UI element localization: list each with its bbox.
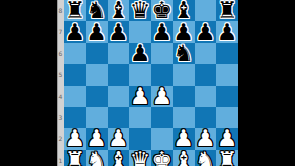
- piece-white-bishop[interactable]: ♝: [108, 149, 129, 166]
- square-d8[interactable]: ♛: [129, 0, 151, 21]
- square-g4[interactable]: [195, 86, 217, 107]
- square-d4[interactable]: ♟: [129, 86, 151, 107]
- chess-app-viewport: 87654321 ♜♞♝♛♚♝♜♟♟♟♟♟♟♟♟♞♟♟♟♟♟♟♟♟♜♞♝♛♚♝♞…: [0, 0, 295, 166]
- rank-label-2: 2: [57, 128, 64, 149]
- square-e3[interactable]: [151, 107, 173, 128]
- square-c1[interactable]: ♝: [108, 150, 130, 166]
- rank-label-7: 7: [57, 21, 64, 42]
- square-b7[interactable]: ♟: [86, 21, 108, 42]
- square-f1[interactable]: ♝: [173, 150, 195, 166]
- piece-white-rook[interactable]: ♜: [65, 149, 86, 166]
- square-d6[interactable]: ♟: [129, 43, 151, 64]
- square-c5[interactable]: [108, 64, 130, 85]
- piece-white-knight[interactable]: ♞: [86, 149, 107, 166]
- square-b1[interactable]: ♞: [86, 150, 108, 166]
- piece-white-queen[interactable]: ♛: [130, 149, 151, 166]
- piece-black-queen[interactable]: ♛: [130, 0, 151, 22]
- square-h5[interactable]: [216, 64, 238, 85]
- square-b6[interactable]: [86, 43, 108, 64]
- square-f4[interactable]: [173, 86, 195, 107]
- square-d3[interactable]: [129, 107, 151, 128]
- square-a6[interactable]: [64, 43, 86, 64]
- piece-white-pawn[interactable]: ♟: [130, 85, 151, 108]
- piece-white-pawn[interactable]: ♟: [152, 85, 173, 108]
- square-a7[interactable]: ♟: [64, 21, 86, 42]
- piece-white-rook[interactable]: ♜: [217, 149, 238, 166]
- piece-black-pawn[interactable]: ♟: [130, 42, 151, 65]
- piece-black-pawn[interactable]: ♟: [195, 21, 216, 44]
- square-e7[interactable]: ♟: [151, 21, 173, 42]
- rank-coordinate-strip: 87654321: [57, 0, 64, 166]
- piece-black-pawn[interactable]: ♟: [65, 21, 86, 44]
- square-h7[interactable]: ♟: [216, 21, 238, 42]
- piece-black-pawn[interactable]: ♟: [86, 21, 107, 44]
- square-g5[interactable]: [195, 64, 217, 85]
- square-e6[interactable]: [151, 43, 173, 64]
- square-a4[interactable]: [64, 86, 86, 107]
- rank-label-6: 6: [57, 43, 64, 64]
- chess-board: ♜♞♝♛♚♝♜♟♟♟♟♟♟♟♟♞♟♟♟♟♟♟♟♟♜♞♝♛♚♝♞♜: [64, 0, 238, 166]
- rank-label-5: 5: [57, 64, 64, 85]
- rank-label-4: 4: [57, 86, 64, 107]
- square-g6[interactable]: [195, 43, 217, 64]
- square-c4[interactable]: [108, 86, 130, 107]
- square-g7[interactable]: ♟: [195, 21, 217, 42]
- rank-label-8: 8: [57, 0, 64, 21]
- square-f5[interactable]: [173, 64, 195, 85]
- square-e1[interactable]: ♚: [151, 150, 173, 166]
- square-h4[interactable]: [216, 86, 238, 107]
- piece-black-pawn[interactable]: ♟: [108, 21, 129, 44]
- piece-black-knight[interactable]: ♞: [173, 42, 194, 65]
- piece-white-king[interactable]: ♚: [152, 149, 173, 166]
- square-d1[interactable]: ♛: [129, 150, 151, 166]
- square-f6[interactable]: ♞: [173, 43, 195, 64]
- square-h6[interactable]: [216, 43, 238, 64]
- piece-white-knight[interactable]: ♞: [195, 149, 216, 166]
- square-b5[interactable]: [86, 64, 108, 85]
- square-a1[interactable]: ♜: [64, 150, 86, 166]
- square-b4[interactable]: [86, 86, 108, 107]
- square-g1[interactable]: ♞: [195, 150, 217, 166]
- square-c7[interactable]: ♟: [108, 21, 130, 42]
- piece-black-pawn[interactable]: ♟: [152, 21, 173, 44]
- piece-white-bishop[interactable]: ♝: [173, 149, 194, 166]
- square-a5[interactable]: [64, 64, 86, 85]
- piece-black-pawn[interactable]: ♟: [217, 21, 238, 44]
- square-h1[interactable]: ♜: [216, 150, 238, 166]
- square-e4[interactable]: ♟: [151, 86, 173, 107]
- square-c6[interactable]: [108, 43, 130, 64]
- rank-label-3: 3: [57, 107, 64, 128]
- rank-label-1: 1: [57, 150, 64, 166]
